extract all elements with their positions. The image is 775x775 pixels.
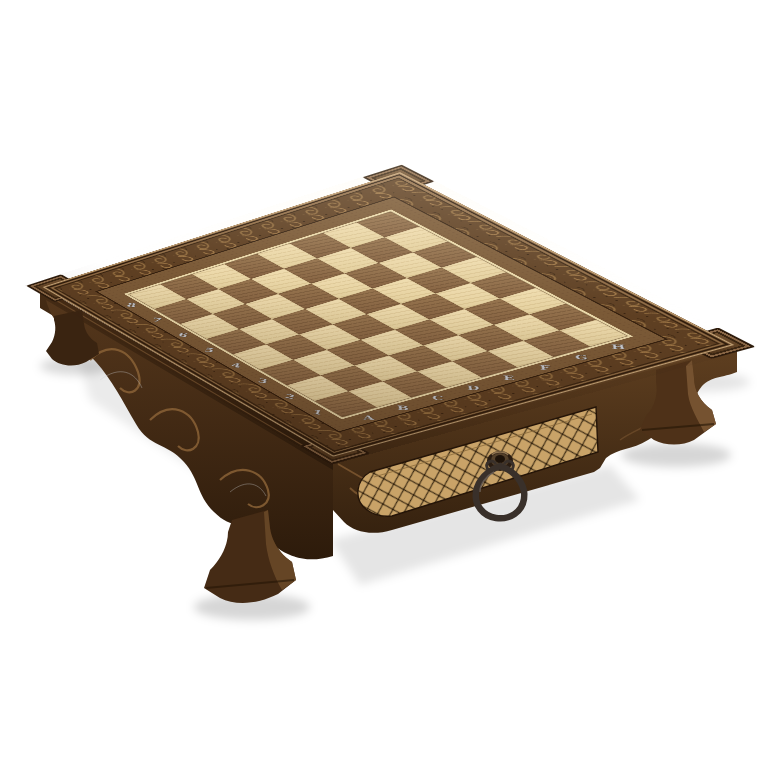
file-label-a: A bbox=[360, 413, 377, 421]
rank-label-5: 5 bbox=[200, 345, 218, 354]
file-label-e: E bbox=[500, 374, 518, 382]
file-label-f: F bbox=[536, 363, 554, 371]
rank-label-7: 7 bbox=[148, 315, 165, 324]
rank-label-6: 6 bbox=[174, 330, 192, 339]
product-photo-stage: A1B2C3D4E5F6G7H8 bbox=[0, 0, 775, 775]
file-label-b: B bbox=[395, 404, 412, 412]
file-label-g: G bbox=[573, 353, 591, 361]
file-label-d: D bbox=[465, 384, 483, 392]
rank-label-8: 8 bbox=[123, 301, 140, 310]
file-label-c: C bbox=[429, 394, 447, 402]
file-label-h: H bbox=[609, 343, 628, 351]
